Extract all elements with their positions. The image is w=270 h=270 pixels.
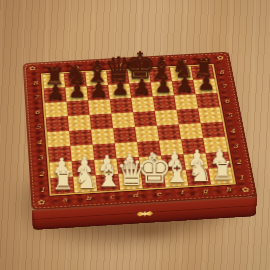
square-f2: ♟ (161, 155, 186, 172)
rank-label-2: 2 (35, 166, 47, 183)
chess-box: ✿ ✿ ✿ ✿ abcdefgh abcdefgh 87654321 87654… (23, 52, 257, 211)
square-a4 (47, 131, 70, 147)
square-e3 (137, 141, 161, 158)
rank-label-6: 6 (31, 104, 43, 120)
square-d1: ♛ (118, 173, 143, 190)
rank-label-5: 5 (223, 108, 237, 124)
square-a8: ♜ (43, 73, 65, 88)
square-h8: ♜ (191, 65, 215, 80)
board-border-band: ✿ ✿ ✿ ✿ abcdefgh abcdefgh 87654321 87654… (26, 54, 254, 208)
scene: ✿ ✿ ✿ ✿ abcdefgh abcdefgh 87654321 87654… (0, 0, 270, 270)
square-a7: ♟ (44, 87, 67, 102)
square-c2: ♟ (94, 159, 118, 176)
square-f4 (157, 124, 181, 140)
square-h6 (196, 93, 220, 109)
file-label-a: a (53, 195, 77, 205)
file-label-f: f (170, 188, 195, 197)
rank-label-4: 4 (33, 134, 45, 150)
square-b8: ♞ (64, 72, 87, 87)
square-h7: ♟ (193, 79, 217, 94)
board-grid: ♜♞♝♛♚♝♞♜♟♟♟♟♟♟♟♟♟♟♟♟♟♟♟♟♜♞♝♛♚♝♞♜ (43, 65, 234, 194)
square-d7: ♟ (108, 84, 131, 99)
file-label-c: c (100, 192, 124, 202)
square-f1: ♝ (163, 170, 188, 187)
rank-label-2: 2 (231, 154, 245, 171)
square-b4 (69, 130, 93, 146)
square-d8: ♛ (106, 70, 129, 85)
square-h2: ♟ (206, 152, 231, 169)
square-g8: ♞ (170, 66, 193, 81)
corner-ornament-icon: ✿ (216, 55, 224, 61)
square-c1: ♝ (96, 174, 120, 191)
square-e1: ♚ (141, 171, 166, 188)
square-d5 (111, 112, 135, 128)
square-g7: ♟ (172, 80, 196, 95)
corner-ornament-icon: ✿ (241, 186, 250, 193)
square-f3 (159, 139, 183, 156)
square-g1: ♞ (186, 169, 211, 186)
rank-label-7: 7 (217, 79, 230, 94)
square-e2: ♟ (139, 156, 164, 173)
board-top: ✿ ✿ ✿ ✿ abcdefgh abcdefgh 87654321 87654… (23, 52, 257, 211)
corner-ornament-icon: ✿ (37, 199, 45, 206)
square-b6 (67, 100, 90, 116)
square-h4 (201, 122, 226, 138)
square-g4 (179, 123, 203, 139)
rank-label-8: 8 (215, 65, 228, 80)
rank-label-3: 3 (34, 150, 46, 166)
square-b3 (70, 145, 94, 162)
product-photo: ✿ ✿ ✿ ✿ abcdefgh abcdefgh 87654321 87654… (0, 0, 270, 270)
rank-label-6: 6 (220, 93, 234, 108)
square-d6 (110, 98, 133, 114)
square-c7: ♟ (87, 85, 110, 100)
rank-label-1: 1 (36, 182, 49, 199)
square-c6 (88, 99, 111, 115)
clasp-latch-icon (137, 210, 154, 217)
square-h1: ♜ (208, 167, 233, 184)
square-e8: ♚ (128, 69, 151, 84)
square-a1: ♜ (50, 177, 74, 194)
square-c8: ♝ (85, 71, 108, 86)
file-label-e: e (146, 189, 170, 198)
square-d3 (115, 142, 139, 159)
square-b5 (68, 115, 91, 131)
square-f8: ♝ (149, 67, 172, 82)
rank-label-4: 4 (226, 123, 240, 139)
square-b1: ♞ (73, 175, 97, 192)
corner-ornament-icon: ✿ (29, 66, 37, 72)
square-d4 (113, 127, 137, 143)
file-label-g: g (193, 186, 218, 195)
square-f7: ♟ (151, 81, 174, 96)
board-gold-frame: ♜♞♝♛♚♝♞♜♟♟♟♟♟♟♟♟♟♟♟♟♟♟♟♟♜♞♝♛♚♝♞♜ (41, 64, 236, 196)
square-e6 (131, 97, 155, 113)
square-d2: ♟ (117, 157, 141, 174)
square-c5 (90, 114, 113, 130)
square-h5 (198, 107, 222, 123)
square-a3 (48, 146, 72, 163)
rank-label-3: 3 (229, 138, 243, 154)
square-c4 (91, 128, 115, 144)
square-f5 (155, 110, 179, 126)
square-e4 (135, 126, 159, 142)
square-g5 (176, 109, 200, 125)
square-f6 (153, 95, 177, 111)
square-a6 (45, 102, 68, 118)
file-label-d: d (123, 191, 147, 201)
square-e5 (133, 111, 157, 127)
file-label-h: h (216, 185, 241, 194)
rank-label-8: 8 (29, 75, 41, 90)
square-g6 (174, 94, 198, 110)
square-h3 (203, 137, 228, 153)
rank-label-7: 7 (30, 90, 42, 105)
square-c3 (93, 143, 117, 160)
rank-label-5: 5 (32, 119, 44, 135)
rank-label-1: 1 (234, 170, 248, 187)
square-b7: ♟ (65, 86, 88, 101)
square-a2: ♟ (49, 161, 73, 178)
square-g2: ♟ (183, 153, 208, 170)
square-g3 (181, 138, 206, 155)
square-e7: ♟ (129, 83, 152, 98)
file-label-b: b (76, 193, 100, 203)
square-a5 (46, 116, 69, 132)
square-b2: ♟ (72, 160, 96, 177)
